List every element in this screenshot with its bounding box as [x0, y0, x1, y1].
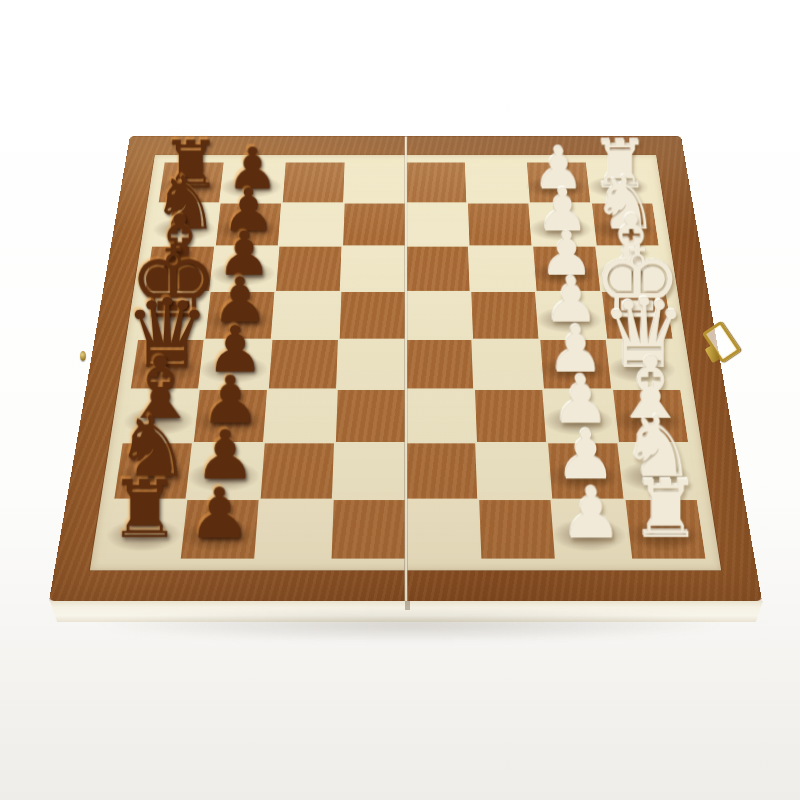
piece-dark-p: ♟: [152, 478, 288, 548]
floor-shadow: [90, 608, 730, 642]
piece-light-r: ♜: [598, 470, 734, 550]
brass-latch-icon: [706, 320, 736, 368]
product-photo-scene: ♜♞♝♚♛♝♞♜♟♟♟♟♟♟♟♟♟♟♟♟♟♟♟♟♜♞♝♚♛♝♞♜: [0, 0, 800, 800]
piece-layer: ♜♞♝♚♛♝♞♜♟♟♟♟♟♟♟♟♟♟♟♟♟♟♟♟♜♞♝♚♛♝♞♜: [49, 136, 762, 601]
brass-hinge-pin-icon: [80, 351, 86, 361]
chess-board: ♜♞♝♚♛♝♞♜♟♟♟♟♟♟♟♟♟♟♟♟♟♟♟♟♜♞♝♚♛♝♞♜: [49, 136, 762, 601]
latch-loop: [702, 321, 741, 364]
